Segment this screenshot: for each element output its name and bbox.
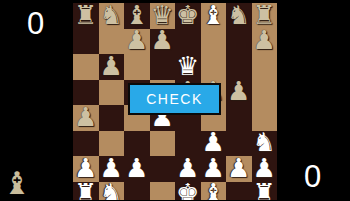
piece-black-pawn-b6[interactable]: ♟ [100, 53, 123, 79]
square-b7[interactable] [99, 29, 125, 55]
piece-black-knight-b8[interactable]: ♞ [100, 2, 123, 28]
square-b2[interactable]: ♟ [99, 156, 125, 182]
piece-white-pawn-g2[interactable]: ♟ [227, 155, 250, 181]
square-d2[interactable] [150, 156, 176, 182]
square-d7[interactable]: ♟ [150, 29, 176, 55]
square-b3[interactable] [99, 131, 125, 157]
square-f8[interactable]: ♝ [201, 3, 227, 29]
square-d3[interactable] [150, 131, 176, 157]
square-d6[interactable] [150, 54, 176, 80]
square-e1[interactable]: ♚ [175, 182, 201, 201]
piece-white-pawn-b2[interactable]: ♟ [100, 155, 123, 181]
square-e6[interactable]: ♛ [175, 54, 201, 80]
captured-bishop-icon: ♝ [3, 168, 31, 199]
square-h3[interactable]: ♞ [252, 131, 278, 157]
piece-white-pawn-f3[interactable]: ♟ [202, 130, 225, 156]
square-e3[interactable] [175, 131, 201, 157]
piece-black-pawn-h7[interactable]: ♟ [253, 28, 276, 54]
square-d1[interactable] [150, 182, 176, 201]
square-e7[interactable] [175, 29, 201, 55]
square-f7[interactable] [201, 29, 227, 55]
score-bottom-right: 0 [304, 161, 321, 192]
check-button[interactable]: CHECK [128, 83, 221, 115]
square-h8[interactable]: ♜ [252, 3, 278, 29]
square-a3[interactable] [73, 131, 99, 157]
piece-white-bishop-f1[interactable]: ♝ [202, 181, 225, 200]
square-a2[interactable]: ♟ [73, 156, 99, 182]
square-b8[interactable]: ♞ [99, 3, 125, 29]
piece-black-rook-h8[interactable]: ♜ [253, 2, 276, 28]
square-g8[interactable]: ♞ [226, 3, 252, 29]
square-b5[interactable] [99, 80, 125, 106]
square-c2[interactable]: ♟ [124, 156, 150, 182]
square-h7[interactable]: ♟ [252, 29, 278, 55]
piece-white-pawn-h2[interactable]: ♟ [253, 155, 276, 181]
chess-app-screen: 0 ♜♞♝♛♚♝♞♜♟♟♟♟♛♟♟♟♟♟♟♞♟♟♟♟♟♟♟♜♞♚♝♜ CHECK… [0, 0, 350, 200]
square-c1[interactable] [124, 182, 150, 201]
square-g6[interactable] [226, 54, 252, 80]
piece-white-pawn-c2[interactable]: ♟ [125, 155, 148, 181]
square-h4[interactable] [252, 105, 278, 131]
score-top-left: 0 [27, 8, 44, 39]
square-a1[interactable]: ♜ [73, 182, 99, 201]
square-h1[interactable]: ♜ [252, 182, 278, 201]
square-c3[interactable] [124, 131, 150, 157]
piece-black-king-e8[interactable]: ♚ [176, 2, 199, 28]
square-f2[interactable]: ♟ [201, 156, 227, 182]
piece-black-pawn-c7[interactable]: ♟ [125, 28, 148, 54]
square-g4[interactable] [226, 105, 252, 131]
piece-white-pawn-f2[interactable]: ♟ [202, 155, 225, 181]
square-a4[interactable]: ♟ [73, 105, 99, 131]
square-a7[interactable] [73, 29, 99, 55]
piece-white-rook-a1[interactable]: ♜ [74, 181, 97, 200]
square-a6[interactable] [73, 54, 99, 80]
piece-black-pawn-a4[interactable]: ♟ [74, 104, 97, 130]
piece-white-knight-b1[interactable]: ♞ [100, 181, 123, 200]
square-e8[interactable]: ♚ [175, 3, 201, 29]
square-h6[interactable] [252, 54, 278, 80]
square-g2[interactable]: ♟ [226, 156, 252, 182]
piece-white-pawn-e2[interactable]: ♟ [176, 155, 199, 181]
piece-black-bishop-c8[interactable]: ♝ [125, 2, 148, 28]
square-f1[interactable]: ♝ [201, 182, 227, 201]
square-e2[interactable]: ♟ [175, 156, 201, 182]
square-g3[interactable] [226, 131, 252, 157]
square-h5[interactable] [252, 80, 278, 106]
square-b4[interactable] [99, 105, 125, 131]
piece-black-pawn-g5[interactable]: ♟ [227, 79, 250, 105]
square-g1[interactable] [226, 182, 252, 201]
square-c6[interactable] [124, 54, 150, 80]
piece-black-rook-a8[interactable]: ♜ [74, 2, 97, 28]
piece-white-rook-h1[interactable]: ♜ [253, 181, 276, 200]
piece-black-knight-g8[interactable]: ♞ [227, 2, 250, 28]
square-a8[interactable]: ♜ [73, 3, 99, 29]
square-b6[interactable]: ♟ [99, 54, 125, 80]
square-g5[interactable]: ♟ [226, 80, 252, 106]
square-c8[interactable]: ♝ [124, 3, 150, 29]
square-d8[interactable]: ♛ [150, 3, 176, 29]
piece-white-bishop-f8[interactable]: ♝ [202, 2, 225, 28]
square-f3[interactable]: ♟ [201, 131, 227, 157]
square-g7[interactable] [226, 29, 252, 55]
piece-black-queen-d8[interactable]: ♛ [151, 2, 174, 28]
square-a5[interactable] [73, 80, 99, 106]
piece-white-king-e1[interactable]: ♚ [176, 181, 199, 200]
square-b1[interactable]: ♞ [99, 182, 125, 201]
piece-white-knight-h3[interactable]: ♞ [253, 130, 276, 156]
piece-white-pawn-a2[interactable]: ♟ [74, 155, 97, 181]
piece-black-pawn-d7[interactable]: ♟ [151, 28, 174, 54]
piece-white-queen-e6[interactable]: ♛ [176, 53, 199, 79]
square-c7[interactable]: ♟ [124, 29, 150, 55]
square-h2[interactable]: ♟ [252, 156, 278, 182]
square-f6[interactable] [201, 54, 227, 80]
